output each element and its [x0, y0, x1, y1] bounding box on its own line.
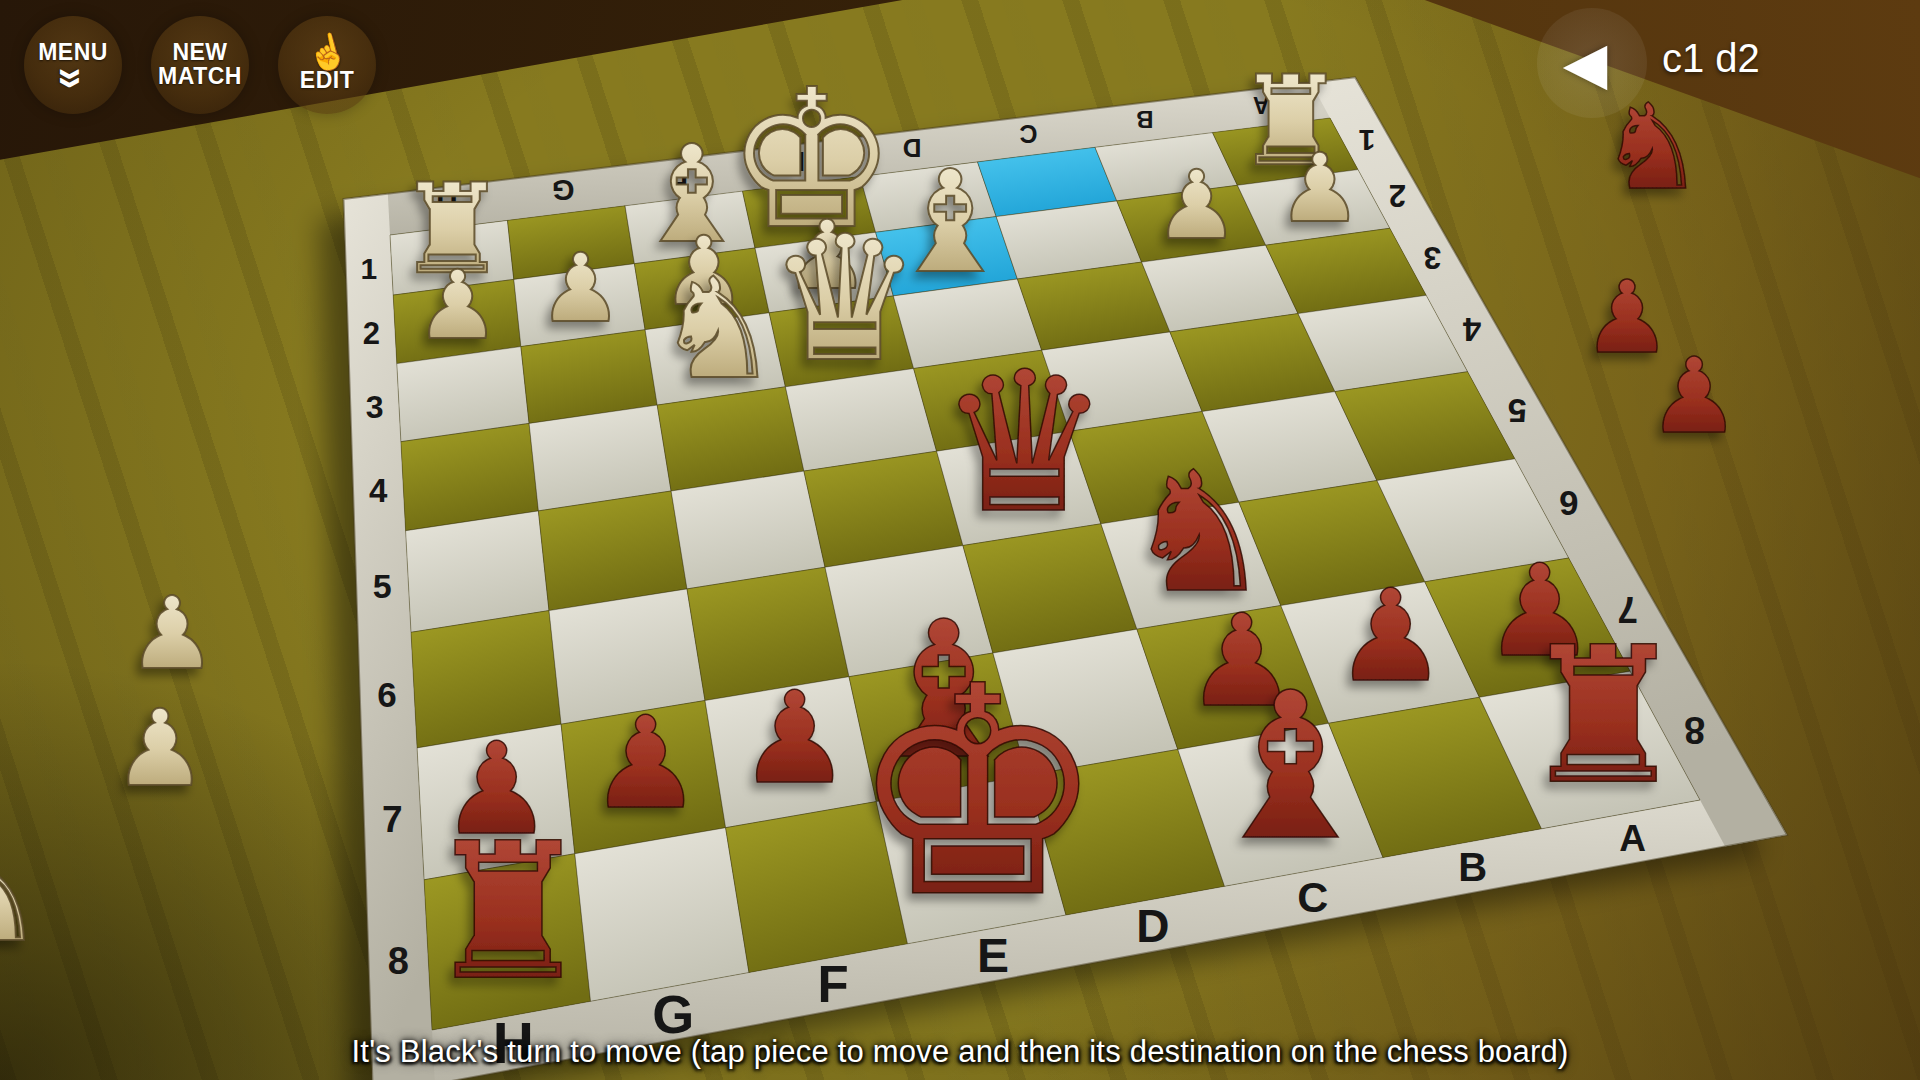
rank-label-left-3: 3 [366, 389, 384, 425]
file-label-bottom-B: B [1458, 845, 1487, 889]
piece-black-queen-d5[interactable]: ♛ [937, 330, 1111, 556]
double-chevron-down-icon: » [59, 67, 87, 88]
piece-black-rook-a8[interactable]: ♜ [1519, 606, 1688, 825]
captured-white-knight[interactable]: ♞ [0, 836, 42, 966]
piece-black-bishop-c8[interactable]: ♝ [1200, 649, 1382, 885]
rank-label-left-1: 1 [360, 252, 377, 285]
chess-board-3d[interactable]: HHGGFFEEDDCCBBAA1122334455667788 ♜♞♟♚♟♝♝… [0, 0, 1920, 1080]
piece-black-king-e8[interactable]: ♚ [848, 625, 1107, 961]
rank-label-right-5: 5 [1508, 392, 1527, 430]
rank-label-right-2: 2 [1389, 178, 1406, 213]
status-text: It's Black's turn to move (tap piece to … [0, 1034, 1920, 1070]
piece-black-pawn-f7[interactable]: ♟ [738, 664, 852, 812]
rank-label-left-6: 6 [377, 675, 396, 714]
new-match-button-label: NEW MATCH [154, 41, 246, 89]
rank-label-left-5: 5 [373, 567, 392, 605]
piece-white-pawn-a2[interactable]: ♟ [1277, 133, 1362, 243]
rank-label-right-3: 3 [1423, 240, 1441, 276]
last-move-label: c1 d2 [1662, 36, 1760, 81]
rank-label-left-7: 7 [382, 799, 403, 840]
back-icon: ◀ [1563, 34, 1608, 92]
piece-white-queen-e3[interactable]: ♛ [767, 198, 922, 400]
new-match-button[interactable]: NEW MATCH [151, 16, 249, 114]
back-button[interactable]: ◀ [1537, 8, 1647, 118]
pointing-hand-icon: ☝ [303, 32, 352, 72]
file-label-top-B: B [1136, 106, 1153, 133]
file-label-bottom-F: F [818, 956, 849, 1013]
menu-button[interactable]: MENU » [24, 16, 122, 114]
rank-label-left-4: 4 [369, 472, 388, 509]
file-label-top-C: C [1019, 120, 1037, 148]
rank-label-left-8: 8 [388, 940, 409, 982]
edit-button-label: EDIT [300, 69, 354, 93]
rank-label-right-6: 6 [1559, 484, 1578, 523]
edit-button[interactable]: ☝ EDIT [278, 16, 376, 114]
captured-white-pawn[interactable]: ♟ [112, 687, 207, 810]
file-label-top-G: G [552, 174, 575, 206]
menu-button-label: MENU [38, 41, 108, 65]
piece-white-pawn-g2[interactable]: ♟ [538, 233, 623, 343]
piece-white-knight-f3[interactable]: ♞ [655, 248, 780, 410]
captured-black-pawn[interactable]: ♟ [1647, 335, 1740, 457]
file-label-bottom-D: D [1136, 900, 1169, 952]
rank-label-left-2: 2 [363, 316, 380, 351]
piece-black-rook-h8[interactable]: ♜ [424, 802, 593, 1021]
piece-white-pawn-b2[interactable]: ♟ [1154, 150, 1239, 260]
app-screen: HHGGFFEEDDCCBBAA1122334455667788 ♜♞♟♚♟♝♝… [0, 0, 1920, 1080]
piece-black-pawn-g7[interactable]: ♟ [589, 689, 703, 837]
rank-label-right-4: 4 [1462, 311, 1481, 348]
square-g8[interactable] [575, 828, 749, 1002]
piece-white-pawn-h2[interactable]: ♟ [415, 250, 500, 360]
captured-white-pawn[interactable]: ♟ [127, 575, 217, 692]
